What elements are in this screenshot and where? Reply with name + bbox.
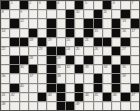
crossword-cell[interactable] xyxy=(20,29,28,37)
crossword-cell[interactable]: 9 xyxy=(20,10,28,18)
clue-number: 17 xyxy=(131,29,134,33)
crossword-cell[interactable] xyxy=(75,29,83,37)
crossword-cell[interactable] xyxy=(10,102,18,110)
black-cell xyxy=(121,10,129,18)
black-cell xyxy=(112,47,120,55)
clue-number: 12 xyxy=(20,19,23,23)
crossword-cell[interactable] xyxy=(29,93,37,101)
clue-number: 44 xyxy=(85,93,88,97)
black-cell xyxy=(75,38,83,46)
crossword-cell[interactable] xyxy=(38,19,46,27)
black-cell xyxy=(121,93,129,101)
crossword-cell[interactable]: 25 xyxy=(75,47,83,55)
crossword-cell[interactable] xyxy=(66,84,74,92)
clue-number: 13 xyxy=(122,19,125,23)
crossword-cell[interactable]: 1 xyxy=(10,1,18,9)
crossword-cell[interactable] xyxy=(47,102,55,110)
clue-number: 27 xyxy=(122,47,125,51)
crossword-cell[interactable]: 29 xyxy=(57,56,65,64)
crossword-cell[interactable] xyxy=(84,10,92,18)
clue-number: 26 xyxy=(94,47,97,51)
crossword-cell[interactable]: 34 xyxy=(103,65,111,73)
clue-number: 16 xyxy=(122,29,125,33)
black-cell xyxy=(131,84,139,92)
crossword-cell[interactable] xyxy=(29,47,37,55)
crossword-cell[interactable] xyxy=(103,84,111,92)
crossword-cell[interactable]: 5 xyxy=(84,1,92,9)
black-cell xyxy=(47,19,55,27)
crossword-cell[interactable] xyxy=(57,19,65,27)
black-cell xyxy=(57,93,65,101)
crossword-cell[interactable] xyxy=(1,84,9,92)
crossword-cell[interactable]: 13 xyxy=(121,19,129,27)
crossword-cell[interactable] xyxy=(10,29,18,37)
black-cell xyxy=(75,1,83,9)
black-cell xyxy=(121,38,129,46)
crossword-cell[interactable]: 39 xyxy=(121,74,129,82)
crossword-cell[interactable]: 26 xyxy=(94,47,102,55)
black-cell xyxy=(103,38,111,46)
crossword-cell[interactable] xyxy=(131,74,139,82)
crossword-cell[interactable] xyxy=(121,1,129,9)
black-cell xyxy=(47,47,55,55)
black-cell xyxy=(94,84,102,92)
black-cell xyxy=(94,74,102,82)
clue-number: 11 xyxy=(103,10,106,14)
clue-number: 15 xyxy=(94,29,97,33)
crossword-cell[interactable] xyxy=(1,38,9,46)
clue-number: 18 xyxy=(29,38,32,42)
clue-number: 6 xyxy=(113,1,115,5)
clue-number: 30 xyxy=(20,65,23,69)
crossword-cell[interactable] xyxy=(38,10,46,18)
black-cell xyxy=(20,56,28,64)
clue-number: 5 xyxy=(85,1,87,5)
black-cell xyxy=(47,56,55,64)
clue-number: 46 xyxy=(113,93,116,97)
crossword-cell[interactable] xyxy=(131,102,139,110)
crossword-cell[interactable] xyxy=(1,19,9,27)
clue-number: 31 xyxy=(57,65,60,69)
clue-number: 42 xyxy=(11,93,14,97)
crossword-cell[interactable] xyxy=(47,10,55,18)
black-cell xyxy=(10,65,18,73)
black-cell xyxy=(10,19,18,27)
clue-number: 41 xyxy=(2,93,5,97)
black-cell xyxy=(103,56,111,64)
crossword-cell[interactable]: 31 xyxy=(57,65,65,73)
black-cell xyxy=(103,93,111,101)
crossword-cell[interactable]: 3 xyxy=(38,1,46,9)
crossword-cell[interactable]: 16 xyxy=(121,29,129,37)
crossword-cell[interactable]: 49 xyxy=(75,102,83,110)
crossword-cell[interactable] xyxy=(112,56,120,64)
black-cell xyxy=(10,56,18,64)
crossword-cell[interactable]: 18 xyxy=(29,38,37,46)
crossword-cell[interactable] xyxy=(84,47,92,55)
crossword-cell[interactable] xyxy=(112,38,120,46)
clue-number: 25 xyxy=(76,47,79,51)
black-cell xyxy=(57,84,65,92)
crossword-cell[interactable] xyxy=(75,74,83,82)
black-cell xyxy=(47,29,55,37)
clue-number: 38 xyxy=(57,74,60,78)
crossword-cell[interactable]: 11 xyxy=(103,10,111,18)
black-cell xyxy=(66,10,74,18)
crossword-cell[interactable] xyxy=(1,56,9,64)
clue-number: 7 xyxy=(131,1,133,5)
crossword-cell[interactable]: 48 xyxy=(1,102,9,110)
crossword-cell[interactable] xyxy=(1,65,9,73)
crossword-cell[interactable]: 14 xyxy=(1,29,9,37)
clue-number: 36 xyxy=(2,74,5,78)
clue-number: 14 xyxy=(2,29,5,33)
crossword-cell[interactable]: 47 xyxy=(131,93,139,101)
black-cell xyxy=(112,65,120,73)
black-cell xyxy=(112,19,120,27)
crossword-cell[interactable] xyxy=(75,56,83,64)
clue-number: 33 xyxy=(85,65,88,69)
black-cell xyxy=(75,93,83,101)
black-cell xyxy=(66,56,74,64)
crossword-cell[interactable] xyxy=(38,102,46,110)
black-cell xyxy=(75,65,83,73)
crossword-cell[interactable] xyxy=(84,74,92,82)
crossword-cell[interactable]: 24 xyxy=(66,47,74,55)
crossword-cell[interactable] xyxy=(10,10,18,18)
black-cell xyxy=(47,84,55,92)
crossword-cell[interactable]: 4 xyxy=(57,1,65,9)
black-cell xyxy=(29,29,37,37)
clue-number: 39 xyxy=(122,74,125,78)
crossword-cell[interactable] xyxy=(103,74,111,82)
crossword-cell[interactable] xyxy=(103,29,111,37)
crossword-cell[interactable]: 27 xyxy=(121,47,129,55)
crossword-cell[interactable] xyxy=(66,1,74,9)
crossword-cell[interactable] xyxy=(20,93,28,101)
clue-number: 45 xyxy=(94,93,97,97)
crossword-cell[interactable]: 42 xyxy=(10,93,18,101)
crossword-cell[interactable] xyxy=(29,102,37,110)
clue-number: 48 xyxy=(2,102,5,106)
clue-number: 40 xyxy=(20,84,23,88)
clue-number: 19 xyxy=(48,38,51,42)
crossword-cell[interactable] xyxy=(10,74,18,82)
black-cell xyxy=(66,102,74,110)
black-cell xyxy=(66,29,74,37)
black-cell xyxy=(29,65,37,73)
crossword-cell[interactable]: 43 xyxy=(47,93,55,101)
black-cell xyxy=(131,19,139,27)
crossword-cell[interactable] xyxy=(57,10,65,18)
crossword-cell[interactable]: 30 xyxy=(20,65,28,73)
black-cell xyxy=(10,84,18,92)
black-cell xyxy=(20,1,28,9)
black-cell xyxy=(47,1,55,9)
crossword-cell[interactable] xyxy=(94,65,102,73)
crossword-cell[interactable] xyxy=(103,19,111,27)
clue-number: 43 xyxy=(48,93,51,97)
clue-number: 22 xyxy=(2,47,5,51)
crossword-cell[interactable] xyxy=(38,29,46,37)
crossword-cell[interactable]: 46 xyxy=(112,93,120,101)
black-cell xyxy=(38,38,46,46)
crossword-cell[interactable] xyxy=(10,47,18,55)
crossword-cell[interactable] xyxy=(38,56,46,64)
black-cell xyxy=(84,56,92,64)
black-cell xyxy=(75,84,83,92)
crossword-cell[interactable] xyxy=(131,10,139,18)
clue-number: 23 xyxy=(39,47,42,51)
black-cell xyxy=(10,38,18,46)
clue-number: 21 xyxy=(85,38,88,42)
crossword-cell[interactable]: 19 xyxy=(47,38,55,46)
crossword-cell[interactable] xyxy=(112,102,120,110)
crossword-cell[interactable]: 2 xyxy=(29,1,37,9)
crossword-cell[interactable] xyxy=(29,10,37,18)
crossword-cell[interactable] xyxy=(131,47,139,55)
crossword-cell[interactable]: 35 xyxy=(121,65,129,73)
crossword-cell[interactable] xyxy=(20,47,28,55)
crossword-cell[interactable] xyxy=(38,84,46,92)
crossword-cell[interactable]: 12 xyxy=(20,19,28,27)
black-cell xyxy=(121,56,129,64)
crossword-cell[interactable] xyxy=(131,38,139,46)
black-cell xyxy=(112,29,120,37)
crossword-cell[interactable] xyxy=(94,56,102,64)
crossword-cell[interactable]: 28 xyxy=(29,56,37,64)
clue-number: 24 xyxy=(66,47,69,51)
crossword-cell[interactable] xyxy=(84,84,92,92)
crossword-cell[interactable] xyxy=(20,74,28,82)
crossword-cell[interactable]: 8 xyxy=(1,10,9,18)
crossword-cell[interactable]: 45 xyxy=(94,93,102,101)
black-cell xyxy=(66,19,74,27)
crossword-cell[interactable] xyxy=(131,56,139,64)
black-cell xyxy=(47,65,55,73)
crossword-cell[interactable]: 38 xyxy=(57,74,65,82)
crossword-cell[interactable]: 33 xyxy=(84,65,92,73)
crossword-cell[interactable]: 36 xyxy=(1,74,9,82)
clue-number: 34 xyxy=(103,65,106,69)
clue-number: 28 xyxy=(29,56,32,60)
crossword-cell[interactable]: 15 xyxy=(94,29,102,37)
black-cell xyxy=(57,102,65,110)
crossword-cell[interactable]: 32 xyxy=(66,65,74,73)
crossword-cell[interactable] xyxy=(20,102,28,110)
black-cell xyxy=(94,10,102,18)
crossword-cell[interactable] xyxy=(84,102,92,110)
crossword-cell[interactable] xyxy=(38,74,46,82)
clue-number: 2 xyxy=(29,1,31,5)
black-cell xyxy=(47,74,55,82)
crossword-cell[interactable]: 21 xyxy=(84,38,92,46)
clue-number: 35 xyxy=(122,65,125,69)
clue-number: 9 xyxy=(20,10,22,14)
crossword-cell[interactable]: 20 xyxy=(66,38,74,46)
black-cell xyxy=(20,38,28,46)
crossword-cell[interactable] xyxy=(57,38,65,46)
crossword-cell[interactable]: 37 xyxy=(29,74,37,82)
crossword-cell[interactable]: 10 xyxy=(75,10,83,18)
clue-number: 10 xyxy=(76,10,79,14)
crossword-cell[interactable] xyxy=(94,102,102,110)
clue-number: 3 xyxy=(39,1,41,5)
crossword-cell[interactable] xyxy=(57,29,65,37)
clue-number: 4 xyxy=(57,1,59,5)
crossword-cell[interactable] xyxy=(29,19,37,27)
crossword-cell[interactable]: 22 xyxy=(1,47,9,55)
black-cell xyxy=(38,93,46,101)
black-cell xyxy=(1,1,9,9)
crossword-cell[interactable]: 41 xyxy=(1,93,9,101)
crossword-cell[interactable]: 6 xyxy=(112,1,120,9)
clue-number: 1 xyxy=(11,1,13,5)
black-cell xyxy=(112,74,120,82)
crossword-cell[interactable]: 44 xyxy=(84,93,92,101)
black-cell xyxy=(112,84,120,92)
clue-number: 37 xyxy=(29,74,32,78)
black-cell xyxy=(57,47,65,55)
crossword-board: 1234567891011121314151617181920212223242… xyxy=(0,0,140,111)
crossword-cell[interactable] xyxy=(121,102,129,110)
clue-number: 29 xyxy=(57,56,60,60)
clue-number: 47 xyxy=(131,93,134,97)
crossword-cell[interactable] xyxy=(29,84,37,92)
crossword-cell[interactable] xyxy=(94,1,102,9)
clue-number: 32 xyxy=(66,65,69,69)
crossword-cell[interactable] xyxy=(121,84,129,92)
crossword-cell[interactable]: 40 xyxy=(20,84,28,92)
clue-number: 49 xyxy=(76,102,79,106)
crossword-cell[interactable] xyxy=(131,65,139,73)
crossword-cell[interactable] xyxy=(112,10,120,18)
crossword-cell[interactable]: 17 xyxy=(131,29,139,37)
clue-number: 20 xyxy=(66,38,69,42)
clue-number: 8 xyxy=(2,10,4,14)
black-cell xyxy=(94,38,102,46)
black-cell xyxy=(84,29,92,37)
crossword-cell[interactable]: 7 xyxy=(131,1,139,9)
crossword-cell[interactable] xyxy=(75,19,83,27)
black-cell xyxy=(94,19,102,27)
crossword-cell[interactable] xyxy=(103,102,111,110)
crossword-cell[interactable] xyxy=(66,93,74,101)
crossword-cell[interactable] xyxy=(103,47,111,55)
crossword-cell[interactable] xyxy=(66,74,74,82)
black-cell xyxy=(103,1,111,9)
black-cell xyxy=(84,19,92,27)
crossword-cell[interactable] xyxy=(38,65,46,73)
crossword-cell[interactable]: 23 xyxy=(38,47,46,55)
